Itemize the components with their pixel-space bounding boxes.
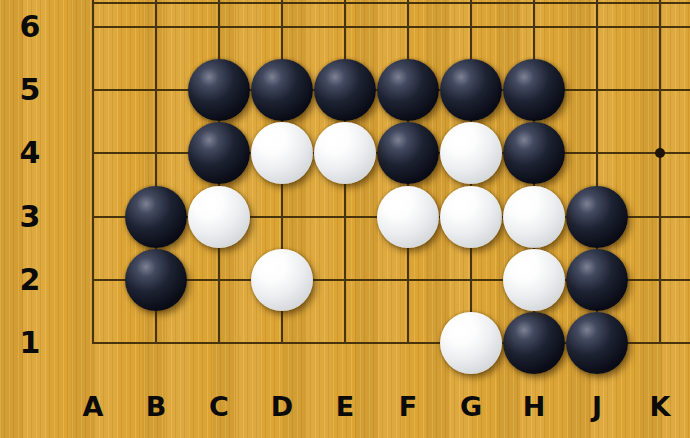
stones bbox=[62, 0, 690, 375]
stone-black-j1[interactable] bbox=[566, 312, 628, 374]
stone-black-g5[interactable] bbox=[440, 59, 502, 121]
stone-black-h5[interactable] bbox=[503, 59, 565, 121]
stone-white-g1[interactable] bbox=[440, 312, 502, 374]
stone-black-f4[interactable] bbox=[377, 122, 439, 184]
goban[interactable]: 654321 ABCDEFGHJK bbox=[0, 0, 690, 438]
stone-white-c3[interactable] bbox=[188, 186, 250, 248]
stone-black-b3[interactable] bbox=[125, 186, 187, 248]
go-diagram: 654321 ABCDEFGHJK bbox=[0, 0, 690, 438]
stone-black-h4[interactable] bbox=[503, 122, 565, 184]
stone-white-g4[interactable] bbox=[440, 122, 502, 184]
stone-black-e5[interactable] bbox=[314, 59, 376, 121]
stone-white-f3[interactable] bbox=[377, 186, 439, 248]
stone-black-c4[interactable] bbox=[188, 122, 250, 184]
row-label-1: 1 bbox=[8, 327, 52, 359]
stone-black-c5[interactable] bbox=[188, 59, 250, 121]
col-label-b: B bbox=[134, 391, 178, 423]
row-label-2: 2 bbox=[8, 264, 52, 296]
col-label-e: E bbox=[323, 391, 367, 423]
stone-white-d4[interactable] bbox=[251, 122, 313, 184]
stone-white-h3[interactable] bbox=[503, 186, 565, 248]
stone-black-h1[interactable] bbox=[503, 312, 565, 374]
stone-black-f5[interactable] bbox=[377, 59, 439, 121]
stone-black-j3[interactable] bbox=[566, 186, 628, 248]
col-label-h: H bbox=[512, 391, 556, 423]
stone-white-e4[interactable] bbox=[314, 122, 376, 184]
stone-white-h2[interactable] bbox=[503, 249, 565, 311]
col-label-a: A bbox=[71, 391, 115, 423]
stone-black-b2[interactable] bbox=[125, 249, 187, 311]
row-label-5: 5 bbox=[8, 74, 52, 106]
col-label-k: K bbox=[638, 391, 682, 423]
row-label-3: 3 bbox=[8, 201, 52, 233]
stone-white-d2[interactable] bbox=[251, 249, 313, 311]
col-label-d: D bbox=[260, 391, 304, 423]
col-label-f: F bbox=[386, 391, 430, 423]
row-label-6: 6 bbox=[8, 11, 52, 43]
col-label-j: J bbox=[575, 391, 619, 423]
col-label-c: C bbox=[197, 391, 241, 423]
col-label-g: G bbox=[449, 391, 493, 423]
stone-black-j2[interactable] bbox=[566, 249, 628, 311]
stone-black-d5[interactable] bbox=[251, 59, 313, 121]
stone-white-g3[interactable] bbox=[440, 186, 502, 248]
row-label-4: 4 bbox=[8, 137, 52, 169]
